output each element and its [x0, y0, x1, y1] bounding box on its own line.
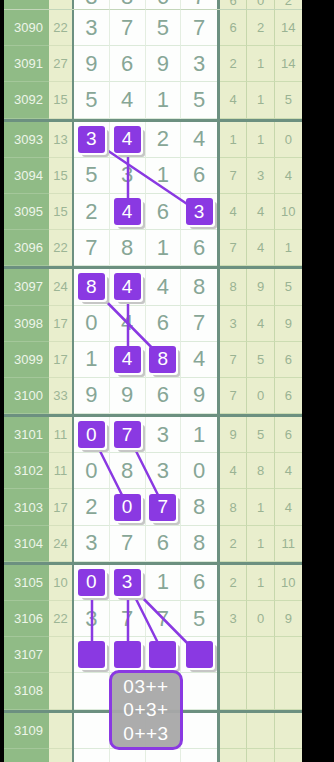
- stat-cell: 6: [275, 378, 302, 414]
- digit: 6: [157, 382, 169, 408]
- digit-cell: 7: [110, 601, 146, 637]
- stat-cell-text: 4: [230, 463, 237, 478]
- sum-cell: [49, 749, 72, 762]
- stat-cell-text: 1: [257, 92, 264, 107]
- digit: 0: [85, 310, 97, 336]
- digit: 6: [121, 51, 133, 77]
- digit-cell: 2: [146, 122, 182, 158]
- digit-cell: [181, 749, 217, 762]
- period-cell: 3096: [4, 230, 49, 266]
- digit-cell: 0: [74, 306, 110, 342]
- stat-cell: 8: [220, 489, 247, 525]
- stat-cell-text: 6: [285, 352, 292, 367]
- stat-cell-text: 7: [230, 352, 237, 367]
- chart-row: 31042437682111: [4, 526, 302, 562]
- stat-cell: 5: [247, 342, 274, 378]
- sum-cell: 13: [49, 122, 72, 158]
- period-cell: 3108: [4, 673, 49, 709]
- sum-cell-text: 17: [53, 352, 67, 367]
- digit-cell: [74, 713, 110, 749]
- digit: 8: [193, 530, 205, 556]
- period-cell: 3091: [4, 46, 49, 82]
- period-cell: 3094: [4, 158, 49, 194]
- digit-cell: 8: [181, 269, 217, 305]
- stat-cell-text: 14: [281, 56, 295, 71]
- period-cell-text: 3093: [14, 132, 43, 147]
- sum-cell: 22: [49, 10, 72, 46]
- digit-cell: 9: [110, 378, 146, 414]
- digit: 4: [157, 274, 169, 300]
- digit: 3: [85, 15, 97, 41]
- chart-row: 3092155415415: [4, 82, 302, 118]
- stat-cell: 14: [275, 10, 302, 46]
- digit: 3: [193, 51, 205, 77]
- highlight-digit: 4: [122, 128, 133, 150]
- stat-cell-text: 8: [230, 500, 237, 515]
- digit-cell: 0: [110, 489, 146, 525]
- digit-cell: 2: [74, 489, 110, 525]
- period-cell-text: 3106: [14, 611, 43, 626]
- digit-cell: [181, 637, 217, 673]
- stat-cell-text: 0: [285, 132, 292, 147]
- digit-cell: 9: [74, 46, 110, 82]
- digit: 0: [85, 458, 97, 484]
- stat-cell-text: 9: [257, 279, 264, 294]
- stat-cell: 1: [247, 565, 274, 601]
- stat-cell-text: 0: [257, 611, 264, 626]
- stat-cell: [247, 673, 274, 709]
- sum-cell: 22: [49, 230, 72, 266]
- stat-cell: [247, 637, 274, 673]
- digit-cell: 4: [181, 342, 217, 378]
- period-cell-text: 3094: [14, 168, 43, 183]
- stat-cell-text: 1: [257, 132, 264, 147]
- stat-cell: 6: [275, 342, 302, 378]
- stat-cell-text: 6: [285, 388, 292, 403]
- digit: 7: [85, 235, 97, 261]
- stat-cell-text: 2: [275, 0, 302, 8]
- stat-cell-text: 3: [257, 168, 264, 183]
- digit-cell: 7: [181, 0, 217, 10]
- stat-cell: 1: [247, 82, 274, 118]
- sum-cell: [49, 637, 72, 673]
- sum-cell-text: 22: [53, 240, 67, 255]
- digit-cell: [110, 637, 146, 673]
- digit-cell: 9: [74, 378, 110, 414]
- sum-cell-text: 27: [53, 56, 67, 71]
- stat-cell-text: 1: [285, 240, 292, 255]
- digit: 4: [193, 126, 205, 152]
- highlight-digit: 3: [194, 201, 205, 223]
- digit-cell: 4: [110, 194, 146, 230]
- stat-cell: 2: [220, 526, 247, 562]
- sum-cell: 24: [49, 269, 72, 305]
- digit-cell: 3: [146, 417, 182, 453]
- digit: 5: [85, 162, 97, 188]
- sum-cell: 27: [49, 46, 72, 82]
- stat-cell-text: 14: [281, 20, 295, 35]
- digit: 3: [157, 422, 169, 448]
- period-cell: 3095: [4, 194, 49, 230]
- digit-cell: [146, 637, 182, 673]
- digit: 6: [157, 199, 169, 225]
- digit-cell: 6: [146, 526, 182, 562]
- stat-cell-text: 6: [230, 20, 237, 35]
- digit-cell: 8: [181, 526, 217, 562]
- stat-cell-text: 4: [257, 240, 264, 255]
- sum-cell-text: 11: [54, 463, 68, 478]
- digit-cell: 4: [110, 342, 146, 378]
- digit-cell: 1: [146, 158, 182, 194]
- highlight-tile: 0: [114, 494, 141, 521]
- digit: 4: [121, 310, 133, 336]
- stat-cell-text: 0: [247, 0, 273, 8]
- period-cell: 3093: [4, 122, 49, 158]
- stat-cell-text: 5: [257, 352, 264, 367]
- digit: 6: [193, 235, 205, 261]
- highlight-tile: 0: [78, 421, 105, 448]
- stat-cell-text: 9: [230, 427, 237, 442]
- stat-cell: 1: [247, 122, 274, 158]
- stat-cell-text: 5: [285, 279, 292, 294]
- digit-cell: 7: [74, 230, 110, 266]
- sum-cell-text: 11: [54, 427, 68, 442]
- digit: 3: [85, 530, 97, 556]
- digit: 8: [193, 494, 205, 520]
- digit-cell: 7: [110, 10, 146, 46]
- stat-cell: 8: [247, 453, 274, 489]
- digit-cell: 3: [110, 565, 146, 601]
- highlight-tile: 3: [78, 126, 105, 153]
- stat-cell-text: 4: [230, 92, 237, 107]
- digit: 2: [85, 199, 97, 225]
- sum-cell: [49, 0, 72, 10]
- chart-row: 3094155316734: [4, 158, 302, 194]
- highlight-digit: 3: [86, 128, 97, 150]
- period-cell: 3109: [4, 713, 49, 749]
- digit-cell: 5: [74, 82, 110, 118]
- highlight-digit: 3: [122, 571, 133, 593]
- stat-cell-text: 6: [220, 0, 246, 8]
- digit: 1: [157, 235, 169, 261]
- prediction-square: [78, 641, 105, 668]
- stat-cell: 2: [275, 0, 302, 10]
- period-cell: 3101: [4, 417, 49, 453]
- stat-cell: 11: [275, 526, 302, 562]
- digit-cell: 6: [181, 230, 217, 266]
- digit: 8: [121, 458, 133, 484]
- digit-cell: 7: [146, 601, 182, 637]
- stat-cell-text: 4: [257, 316, 264, 331]
- highlight-tile: 4: [114, 126, 141, 153]
- digit-cell: 3: [181, 46, 217, 82]
- stat-cell-text: 2: [230, 56, 237, 71]
- digit-cell: 7: [110, 417, 146, 453]
- stat-cell: 4: [220, 194, 247, 230]
- digit: 6: [193, 162, 205, 188]
- digit-cell: 3: [74, 10, 110, 46]
- stat-cell-text: 8: [230, 279, 237, 294]
- period-cell-text: 3096: [14, 240, 43, 255]
- digit-cell: 6: [181, 565, 217, 601]
- stat-cell-text: 9: [285, 316, 292, 331]
- digit-cell: 0: [74, 453, 110, 489]
- prediction-overlay: 03++ 0+3+ 0++3: [109, 670, 183, 750]
- stat-cell: 2: [220, 46, 247, 82]
- digit-cell: 0: [181, 453, 217, 489]
- stat-cell: 4: [275, 489, 302, 525]
- stat-cell: 9: [275, 601, 302, 637]
- sum-cell-text: 17: [53, 316, 67, 331]
- stat-cell: 1: [247, 489, 274, 525]
- highlight-digit: 8: [86, 276, 97, 298]
- stat-cell: 1: [247, 46, 274, 82]
- digit-cell: [74, 673, 110, 709]
- period-cell-text: 3090: [14, 20, 43, 35]
- period-cell: 3103: [4, 489, 49, 525]
- highlight-digit: 4: [122, 276, 133, 298]
- digit: 9: [193, 382, 205, 408]
- digit-cell: 8: [110, 0, 146, 10]
- stat-cell: 9: [247, 269, 274, 305]
- digit: 3: [121, 162, 133, 188]
- chart-row: 3106223775309: [4, 601, 302, 637]
- digit: 6: [146, 0, 181, 10]
- stat-cell-text: 10: [281, 575, 295, 590]
- period-cell-text: 3105: [14, 575, 43, 590]
- chart-row: 3100339969706: [4, 378, 302, 414]
- prediction-square: [114, 641, 141, 668]
- period-cell: 3104: [4, 526, 49, 562]
- period-cell: 3092: [4, 82, 49, 118]
- period-cell-text: 3104: [14, 536, 43, 551]
- highlight-digit: 4: [122, 201, 133, 223]
- stat-cell-text: 4: [285, 463, 292, 478]
- lottery-trend-app: 3867602309022375762143091279693211430921…: [4, 0, 302, 762]
- chart-row: [4, 749, 302, 762]
- digit-cell: 6: [110, 46, 146, 82]
- sum-cell: 11: [49, 453, 72, 489]
- digit-cell: 5: [74, 158, 110, 194]
- digit: 9: [85, 382, 97, 408]
- stat-cell: 10: [275, 565, 302, 601]
- digit-cell: 9: [146, 46, 182, 82]
- stat-cell-text: 4: [285, 168, 292, 183]
- stat-cell: [247, 713, 274, 749]
- stat-cell: 0: [275, 122, 302, 158]
- sum-cell-text: 15: [53, 92, 67, 107]
- stat-cell: 10: [275, 194, 302, 230]
- digit-cell: 6: [146, 378, 182, 414]
- highlight-tile: 8: [78, 273, 105, 300]
- stat-cell: 2: [220, 565, 247, 601]
- digit-cell: [146, 749, 182, 762]
- digit-cell: 7: [181, 306, 217, 342]
- period-cell: [4, 0, 49, 10]
- highlight-digit: 7: [158, 496, 169, 518]
- period-cell-text: 3092: [14, 92, 43, 107]
- stat-cell: 3: [220, 306, 247, 342]
- stat-cell: 3: [247, 158, 274, 194]
- digit-cell: [181, 713, 217, 749]
- digit: 7: [121, 530, 133, 556]
- stat-cell: 1: [220, 122, 247, 158]
- digit: 6: [157, 310, 169, 336]
- stat-cell-text: 1: [257, 56, 264, 71]
- digit-cell: 8: [110, 230, 146, 266]
- digit-cell: 8: [181, 489, 217, 525]
- period-cell-text: 3100: [14, 388, 43, 403]
- stat-cell-text: 10: [281, 204, 295, 219]
- stat-cell: 1: [275, 230, 302, 266]
- digit-cell: 5: [181, 601, 217, 637]
- chart-row: 30912796932114: [4, 46, 302, 82]
- digit-cell: 4: [110, 82, 146, 118]
- digit: 9: [85, 51, 97, 77]
- period-cell-text: 3107: [14, 647, 43, 662]
- digit-cell: 0: [74, 565, 110, 601]
- digit-cell: 3: [74, 0, 110, 10]
- digit: 7: [121, 15, 133, 41]
- highlight-tile: 0: [78, 569, 105, 596]
- digit: 8: [193, 274, 205, 300]
- digit: 9: [121, 382, 133, 408]
- stat-cell: 4: [220, 453, 247, 489]
- lottery-trend-board: 3867602309022375762143091279693211430921…: [4, 0, 302, 762]
- digit: 7: [157, 606, 169, 632]
- chart-row: 3093133424110: [4, 122, 302, 158]
- digit-cell: 8: [74, 269, 110, 305]
- chart-row: 3867602: [4, 0, 302, 10]
- digit: 4: [193, 346, 205, 372]
- sum-cell: 11: [49, 417, 72, 453]
- digit-cell: 0: [74, 417, 110, 453]
- sum-cell-text: 13: [53, 132, 67, 147]
- stat-cell: [275, 673, 302, 709]
- stat-cell: 9: [220, 417, 247, 453]
- highlight-digit: 7: [122, 424, 133, 446]
- digit-cell: 3: [74, 122, 110, 158]
- overlay-line: 0+3+: [123, 698, 168, 721]
- prediction-square: [149, 641, 176, 668]
- period-cell-text: 3098: [14, 316, 43, 331]
- digit-cell: 3: [146, 453, 182, 489]
- sum-cell: 15: [49, 158, 72, 194]
- stat-cell: 5: [247, 417, 274, 453]
- stat-cell: 8: [220, 269, 247, 305]
- digit-cell: 6: [146, 0, 182, 10]
- digit-cell: 1: [146, 82, 182, 118]
- sum-cell: 17: [49, 489, 72, 525]
- digit: 6: [193, 569, 205, 595]
- sum-cell: 17: [49, 342, 72, 378]
- sum-cell-text: 15: [53, 168, 67, 183]
- sum-cell: [49, 673, 72, 709]
- digit-cell: 3: [110, 158, 146, 194]
- stat-cell: 4: [247, 194, 274, 230]
- sum-cell-text: 24: [53, 536, 67, 551]
- digit: 1: [157, 87, 169, 113]
- digit: 3: [85, 606, 97, 632]
- digit-cell: 5: [146, 10, 182, 46]
- highlight-digit: 0: [122, 496, 133, 518]
- sum-cell-text: 15: [53, 204, 67, 219]
- digit-cell: 7: [110, 526, 146, 562]
- stat-cell-text: 3: [230, 316, 237, 331]
- sum-cell: 24: [49, 526, 72, 562]
- digit-cell: 4: [110, 122, 146, 158]
- period-cell: 3105: [4, 565, 49, 601]
- chart-row: 3096227816741: [4, 230, 302, 266]
- stat-cell: 4: [220, 82, 247, 118]
- digit-cell: 3: [181, 194, 217, 230]
- stat-cell: 7: [220, 230, 247, 266]
- digit-cell: 6: [146, 306, 182, 342]
- digit-cell: [181, 673, 217, 709]
- stat-cell-text: 1: [230, 132, 237, 147]
- digit: 2: [157, 126, 169, 152]
- digit: 3: [157, 458, 169, 484]
- stat-cell-text: 11: [282, 536, 296, 551]
- stat-cell-text: 1: [257, 500, 264, 515]
- digit: 5: [85, 87, 97, 113]
- stat-cell-text: 5: [257, 427, 264, 442]
- highlight-tile: 4: [114, 198, 141, 225]
- digit: 8: [121, 235, 133, 261]
- highlight-tile: 4: [114, 346, 141, 373]
- stat-cell-text: 7: [230, 240, 237, 255]
- digit: 1: [85, 346, 97, 372]
- digit: 7: [121, 606, 133, 632]
- digit-cell: 4: [146, 269, 182, 305]
- period-cell: 3090: [4, 10, 49, 46]
- digit-cell: 6: [181, 158, 217, 194]
- digit-cell: 4: [110, 306, 146, 342]
- highlight-tile: 4: [114, 273, 141, 300]
- digit: 3: [74, 0, 109, 10]
- period-cell-text: 3097: [14, 279, 43, 294]
- stat-cell: 2: [247, 10, 274, 46]
- sum-cell-text: 10: [53, 575, 67, 590]
- digit-cell: 9: [181, 378, 217, 414]
- stat-cell: [220, 637, 247, 673]
- digit: 7: [193, 15, 205, 41]
- digit: 5: [193, 87, 205, 113]
- stat-cell: 6: [220, 10, 247, 46]
- highlight-tile: 8: [149, 346, 176, 373]
- period-cell-text: 3095: [14, 204, 43, 219]
- highlight-digit: 4: [122, 348, 133, 370]
- chart-row: 3099171484756: [4, 342, 302, 378]
- period-cell-text: 3109: [14, 723, 43, 738]
- digit: 5: [157, 15, 169, 41]
- stat-cell: 1: [247, 526, 274, 562]
- stat-cell-text: 0: [257, 388, 264, 403]
- chart-row: 30951524634410: [4, 194, 302, 230]
- overlay-line: 0++3: [123, 722, 168, 745]
- digit-cell: 8: [146, 342, 182, 378]
- period-cell-text: 3102: [14, 463, 43, 478]
- digit-cell: 6: [146, 194, 182, 230]
- highlight-tile: 3: [186, 198, 213, 225]
- stat-cell-text: 4: [257, 204, 264, 219]
- sum-cell-text: 17: [53, 500, 67, 515]
- period-cell-text: 3103: [14, 500, 43, 515]
- digit: 5: [193, 606, 205, 632]
- stat-cell-text: 6: [285, 427, 292, 442]
- stat-cell: 6: [275, 417, 302, 453]
- stat-cell: 7: [220, 158, 247, 194]
